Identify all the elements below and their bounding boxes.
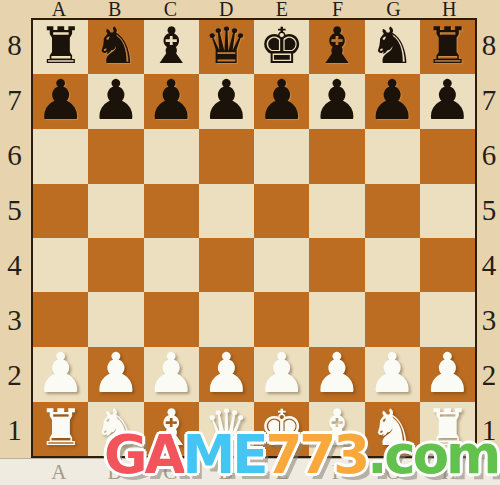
chess-diagram: ABCDEFGH 87654321 ♜♞♝♛♚♝♞♜♟♟♟♟♟♟♟♟♟♟♟♟♟♟… [0, 0, 500, 485]
rank-label-left-6: 6 [0, 128, 29, 183]
rank-label-left-2: 2 [0, 348, 29, 403]
square-b8[interactable]: ♞ [88, 20, 143, 74]
square-h5[interactable] [420, 184, 475, 238]
square-c4[interactable] [144, 238, 199, 292]
piece-black-bishop: ♝ [314, 21, 359, 71]
square-a1[interactable]: ♜ [33, 402, 88, 456]
piece-white-pawn: ♟ [202, 346, 251, 401]
square-g2[interactable]: ♟ [365, 347, 420, 402]
rank-label-right-3: 3 [478, 293, 500, 348]
watermark-segment-3: .com [367, 424, 498, 485]
rank-label-right-6: 6 [478, 128, 500, 183]
file-label-top-h: H [421, 0, 477, 17]
file-label-top-f: F [310, 0, 366, 17]
square-f4[interactable] [309, 238, 364, 292]
square-f7[interactable]: ♟ [309, 74, 364, 129]
square-a3[interactable] [33, 292, 88, 346]
watermark-segment-1: ME [183, 424, 266, 485]
square-e4[interactable] [254, 238, 309, 292]
square-d2[interactable]: ♟ [199, 347, 254, 402]
square-b7[interactable]: ♟ [88, 74, 143, 129]
file-labels-top: ABCDEFGH [31, 0, 477, 17]
square-e8[interactable]: ♚ [254, 20, 309, 74]
piece-white-rook: ♜ [38, 403, 83, 453]
rank-label-right-2: 2 [478, 348, 500, 403]
square-f2[interactable]: ♟ [309, 347, 364, 402]
square-h2[interactable]: ♟ [420, 347, 475, 402]
square-d3[interactable] [199, 292, 254, 346]
file-label-top-a: A [31, 0, 87, 17]
rank-label-left-8: 8 [0, 18, 29, 73]
square-b3[interactable] [88, 292, 143, 346]
square-f5[interactable] [309, 184, 364, 238]
piece-white-pawn: ♟ [367, 346, 416, 401]
piece-black-pawn: ♟ [257, 73, 306, 128]
square-a5[interactable] [33, 184, 88, 238]
piece-black-pawn: ♟ [146, 73, 195, 128]
square-g5[interactable] [365, 184, 420, 238]
square-e5[interactable] [254, 184, 309, 238]
rank-label-right-4: 4 [478, 238, 500, 293]
square-h6[interactable] [420, 129, 475, 183]
rank-labels-right: 87654321 [478, 18, 500, 458]
file-label-bottom-a: A [31, 459, 87, 485]
rank-label-left-7: 7 [0, 73, 29, 128]
square-c3[interactable] [144, 292, 199, 346]
square-b6[interactable] [88, 129, 143, 183]
piece-black-knight: ♞ [370, 21, 415, 71]
square-e2[interactable]: ♟ [254, 347, 309, 402]
square-b2[interactable]: ♟ [88, 347, 143, 402]
square-g8[interactable]: ♞ [365, 20, 420, 74]
square-h4[interactable] [420, 238, 475, 292]
rank-label-right-5: 5 [478, 183, 500, 238]
board: ♜♞♝♛♚♝♞♜♟♟♟♟♟♟♟♟♟♟♟♟♟♟♟♟♜♞♝♛♚♝♞♜ [31, 18, 477, 458]
file-label-top-c: C [143, 0, 199, 17]
square-g7[interactable]: ♟ [365, 74, 420, 129]
square-g3[interactable] [365, 292, 420, 346]
piece-black-rook: ♜ [425, 21, 470, 71]
piece-black-pawn: ♟ [367, 73, 416, 128]
square-f3[interactable] [309, 292, 364, 346]
piece-black-pawn: ♟ [202, 73, 251, 128]
rank-label-right-8: 8 [478, 18, 500, 73]
square-d6[interactable] [199, 129, 254, 183]
square-f6[interactable] [309, 129, 364, 183]
square-d7[interactable]: ♟ [199, 74, 254, 129]
square-d8[interactable]: ♛ [199, 20, 254, 74]
square-d5[interactable] [199, 184, 254, 238]
piece-white-pawn: ♟ [312, 346, 361, 401]
rank-label-left-4: 4 [0, 238, 29, 293]
square-g4[interactable] [365, 238, 420, 292]
square-e6[interactable] [254, 129, 309, 183]
rank-label-left-1: 1 [0, 403, 29, 458]
file-label-top-b: B [87, 0, 143, 17]
file-label-top-g: G [366, 0, 422, 17]
square-h8[interactable]: ♜ [420, 20, 475, 74]
piece-black-knight: ♞ [93, 21, 138, 71]
file-label-top-e: E [254, 0, 310, 17]
square-g6[interactable] [365, 129, 420, 183]
piece-white-pawn: ♟ [146, 346, 195, 401]
piece-black-bishop: ♝ [149, 21, 194, 71]
piece-black-pawn: ♟ [91, 73, 140, 128]
rank-label-left-3: 3 [0, 293, 29, 348]
square-f8[interactable]: ♝ [309, 20, 364, 74]
piece-white-pawn: ♟ [91, 346, 140, 401]
square-e7[interactable]: ♟ [254, 74, 309, 129]
rank-labels-left: 87654321 [0, 18, 29, 458]
piece-white-pawn: ♟ [36, 346, 85, 401]
square-c5[interactable] [144, 184, 199, 238]
square-c7[interactable]: ♟ [144, 74, 199, 129]
square-c8[interactable]: ♝ [144, 20, 199, 74]
piece-black-queen: ♛ [204, 21, 249, 71]
watermark-segment-2: 773 [265, 424, 367, 485]
piece-white-pawn: ♟ [423, 346, 472, 401]
file-label-top-d: D [198, 0, 254, 17]
square-h3[interactable] [420, 292, 475, 346]
square-a4[interactable] [33, 238, 88, 292]
square-a8[interactable]: ♜ [33, 20, 88, 74]
square-h7[interactable]: ♟ [420, 74, 475, 129]
square-d4[interactable] [199, 238, 254, 292]
piece-black-pawn: ♟ [423, 73, 472, 128]
square-b5[interactable] [88, 184, 143, 238]
square-a7[interactable]: ♟ [33, 74, 88, 129]
square-a6[interactable] [33, 129, 88, 183]
square-e3[interactable] [254, 292, 309, 346]
rank-label-left-5: 5 [0, 183, 29, 238]
watermark-game773: GAME773.com [104, 427, 498, 483]
piece-black-pawn: ♟ [312, 73, 361, 128]
watermark-segment-0: GA [104, 424, 183, 485]
piece-black-rook: ♜ [38, 21, 83, 71]
rank-label-right-7: 7 [478, 73, 500, 128]
piece-black-pawn: ♟ [36, 73, 85, 128]
square-b4[interactable] [88, 238, 143, 292]
piece-black-king: ♚ [259, 21, 304, 71]
square-c6[interactable] [144, 129, 199, 183]
square-a2[interactable]: ♟ [33, 347, 88, 402]
square-c2[interactable]: ♟ [144, 347, 199, 402]
piece-white-pawn: ♟ [257, 346, 306, 401]
